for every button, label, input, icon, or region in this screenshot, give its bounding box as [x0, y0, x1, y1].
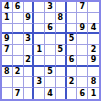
cell-r9c4-empty[interactable]: [34, 88, 45, 99]
cell-r3c2-empty[interactable]: [13, 24, 24, 35]
cell-r8c8-empty[interactable]: [77, 77, 88, 88]
cell-r8c7-given: 2: [67, 77, 78, 88]
cell-r1c9-empty[interactable]: [88, 2, 99, 13]
cell-r6c9-given: 9: [88, 56, 99, 67]
cell-r4c3-given: 3: [24, 34, 35, 45]
cell-r4c5-empty[interactable]: [45, 34, 56, 45]
cell-r6c2-empty[interactable]: [13, 56, 24, 67]
cell-r4c1-given: 9: [2, 34, 13, 45]
cell-r5c8-empty[interactable]: [77, 45, 88, 56]
cell-r4c9-empty[interactable]: [88, 34, 99, 45]
cell-r8c2-empty[interactable]: [13, 77, 24, 88]
cell-r7c6-empty[interactable]: [56, 67, 67, 78]
cell-r3c3-empty[interactable]: [24, 24, 35, 35]
cell-r6c6-empty[interactable]: [56, 56, 67, 67]
cell-r9c1-empty[interactable]: [2, 88, 13, 99]
cell-r7c7-empty[interactable]: [67, 67, 78, 78]
cell-r5c2-empty[interactable]: [13, 45, 24, 56]
cell-r1c4-empty[interactable]: [34, 2, 45, 13]
cell-r1c6-empty[interactable]: [56, 2, 67, 13]
cell-r4c4-empty[interactable]: [34, 34, 45, 45]
cell-r1c5-given: 3: [45, 2, 56, 13]
cell-r2c3-given: 9: [24, 13, 35, 24]
cell-r4c8-empty[interactable]: [77, 34, 88, 45]
cell-r3c6-empty[interactable]: [56, 24, 67, 35]
cell-r7c3-empty[interactable]: [24, 67, 35, 78]
cell-r7c4-empty[interactable]: [34, 67, 45, 78]
cell-r2c8-empty[interactable]: [77, 13, 88, 24]
cell-r6c1-empty[interactable]: [2, 56, 13, 67]
cell-r3c9-given: 4: [88, 24, 99, 35]
cell-r7c2-given: 2: [13, 67, 24, 78]
cell-r4c2-empty[interactable]: [13, 34, 24, 45]
cell-r6c3-given: 2: [24, 56, 35, 67]
cell-r3c1-empty[interactable]: [2, 24, 13, 35]
cell-r6c7-given: 6: [67, 56, 78, 67]
cell-r7c8-empty[interactable]: [77, 67, 88, 78]
cell-r8c9-given: 8: [88, 77, 99, 88]
cell-r8c6-empty[interactable]: [56, 77, 67, 88]
cell-r4c7-given: 5: [67, 34, 78, 45]
cell-r7c1-given: 8: [2, 67, 13, 78]
cell-r3c7-empty[interactable]: [67, 24, 78, 35]
cell-r9c6-empty[interactable]: [56, 88, 67, 99]
cell-r6c5-empty[interactable]: [45, 56, 56, 67]
cell-r2c9-empty[interactable]: [88, 13, 99, 24]
cell-r1c8-given: 7: [77, 2, 88, 13]
sudoku-app: 463719869493571522698253287461: [0, 0, 101, 101]
cell-r2c6-given: 8: [56, 13, 67, 24]
cell-r9c9-given: 1: [88, 88, 99, 99]
cell-r3c4-empty[interactable]: [34, 24, 45, 35]
cell-r5c7-empty[interactable]: [67, 45, 78, 56]
cell-r5c4-given: 1: [34, 45, 45, 56]
cell-r9c7-empty[interactable]: [67, 88, 78, 99]
cell-r8c3-empty[interactable]: [24, 77, 35, 88]
cell-r5c3-empty[interactable]: [24, 45, 35, 56]
cell-r2c7-empty[interactable]: [67, 13, 78, 24]
cell-r9c8-given: 6: [77, 88, 88, 99]
cell-r6c4-empty[interactable]: [34, 56, 45, 67]
cell-r8c4-given: 3: [34, 77, 45, 88]
cell-r3c5-given: 6: [45, 24, 56, 35]
cell-r7c9-empty[interactable]: [88, 67, 99, 78]
cell-r1c3-empty[interactable]: [24, 2, 35, 13]
cell-r5c5-empty[interactable]: [45, 45, 56, 56]
sudoku-board: 463719869493571522698253287461: [0, 0, 101, 101]
cell-r9c2-given: 7: [13, 88, 24, 99]
cell-r5c6-given: 5: [56, 45, 67, 56]
cell-r1c7-empty[interactable]: [67, 2, 78, 13]
cell-r2c5-empty[interactable]: [45, 13, 56, 24]
cell-r8c1-empty[interactable]: [2, 77, 13, 88]
cell-r2c2-empty[interactable]: [13, 13, 24, 24]
cell-r1c1-given: 4: [2, 2, 13, 13]
cell-r2c4-empty[interactable]: [34, 13, 45, 24]
cell-r2c1-given: 1: [2, 13, 13, 24]
cell-r9c5-given: 4: [45, 88, 56, 99]
cell-r5c9-given: 2: [88, 45, 99, 56]
cell-r8c5-empty[interactable]: [45, 77, 56, 88]
cell-r3c8-given: 9: [77, 24, 88, 35]
cell-r5c1-given: 7: [2, 45, 13, 56]
cell-r4c6-empty[interactable]: [56, 34, 67, 45]
cell-r1c2-given: 6: [13, 2, 24, 13]
cell-r9c3-empty[interactable]: [24, 88, 35, 99]
cell-r6c8-empty[interactable]: [77, 56, 88, 67]
cell-r7c5-given: 5: [45, 67, 56, 78]
